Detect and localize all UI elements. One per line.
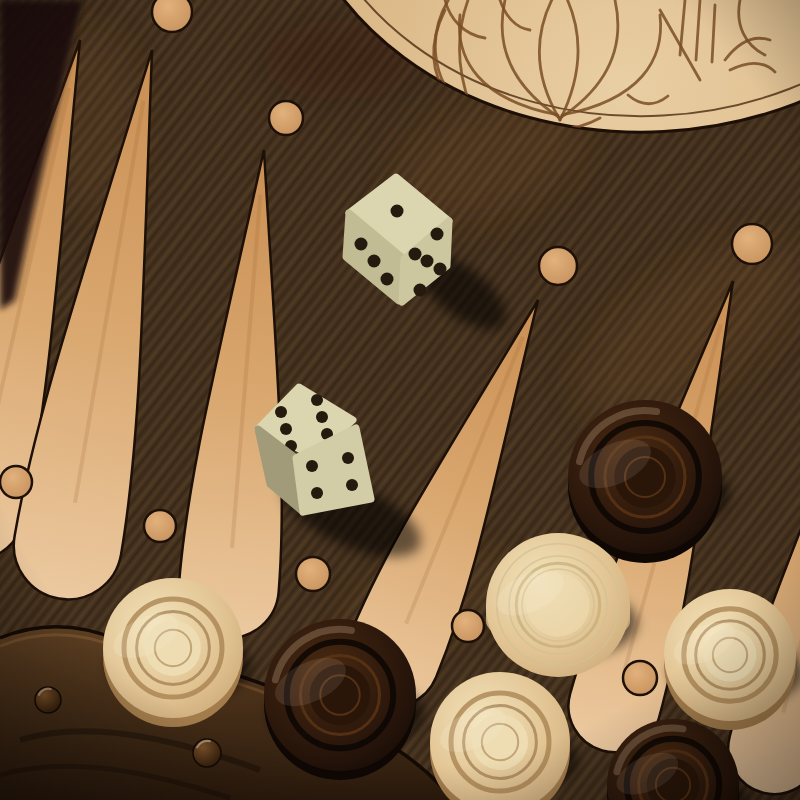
die-pip <box>311 487 323 499</box>
backgammon-board <box>0 0 800 800</box>
die-pip <box>391 205 404 218</box>
point-dot <box>623 661 657 695</box>
die-pip <box>434 263 447 276</box>
rim-bump <box>193 739 221 767</box>
die-pip <box>311 394 323 406</box>
point-dot <box>296 557 330 591</box>
point-dot <box>452 610 484 642</box>
die-pip <box>275 406 287 418</box>
backgammon-photo <box>0 0 800 800</box>
point-dot <box>732 224 772 264</box>
point-dot <box>144 510 176 542</box>
die-pip <box>306 460 318 472</box>
point-dot <box>539 247 577 285</box>
die-pip <box>409 248 422 261</box>
die-pip <box>280 423 292 435</box>
die-pip <box>421 255 434 268</box>
die-pip <box>346 479 358 491</box>
point-dot <box>152 0 192 32</box>
die-pip <box>342 452 354 464</box>
rim-bump <box>35 687 61 713</box>
die-pip <box>316 411 328 423</box>
die-pip <box>355 238 368 251</box>
die-pip <box>431 228 444 241</box>
die-pip <box>381 273 394 286</box>
die-pip <box>368 255 381 268</box>
point-dot <box>269 101 303 135</box>
point-dot <box>0 466 32 498</box>
die-pip <box>414 284 427 297</box>
